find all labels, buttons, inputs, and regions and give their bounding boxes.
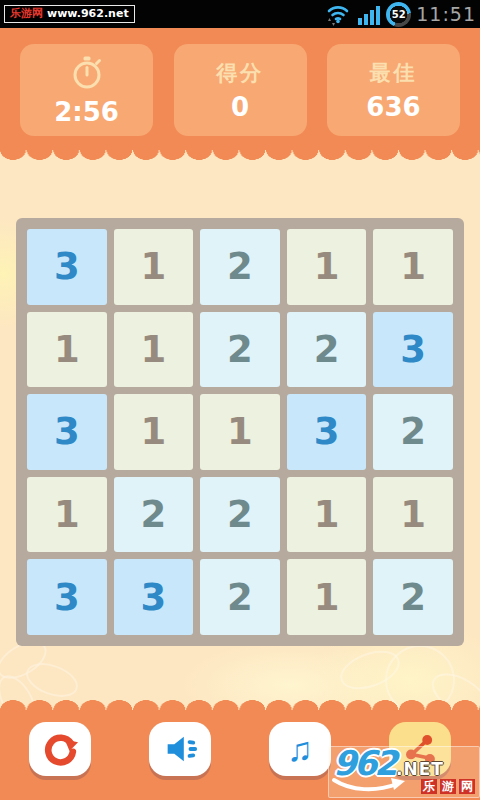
cell-r5c3[interactable]: 2 — [200, 559, 280, 635]
watermark-site-char: 网 — [459, 779, 475, 794]
best-panel: 最佳 636 — [327, 44, 460, 136]
cell-r5c2[interactable]: 3 — [114, 559, 194, 635]
best-value: 636 — [366, 92, 420, 122]
cell-r1c2[interactable]: 1 — [114, 229, 194, 305]
watermark-site-name: 乐游网 — [420, 779, 475, 794]
app-screen: 乐游网 www.962.net 52 11:51 — [0, 0, 480, 800]
cell-r5c1[interactable]: 3 — [27, 559, 107, 635]
cell-r1c5[interactable]: 1 — [373, 229, 453, 305]
cell-r2c3[interactable]: 2 — [200, 312, 280, 388]
wifi-icon — [324, 2, 352, 26]
battery-circle-icon: 52 — [386, 2, 411, 27]
cell-r2c1[interactable]: 1 — [27, 312, 107, 388]
cell-r3c1[interactable]: 3 — [27, 394, 107, 470]
score-panel: 得分 0 — [174, 44, 307, 136]
battery-percent: 52 — [392, 9, 406, 20]
speaker-icon — [161, 730, 199, 768]
watermark-suffix: .NET — [396, 759, 444, 779]
cell-r3c5[interactable]: 2 — [373, 394, 453, 470]
cell-r4c5[interactable]: 1 — [373, 477, 453, 553]
cell-r3c2[interactable]: 1 — [114, 394, 194, 470]
cell-r4c3[interactable]: 2 — [200, 477, 280, 553]
cell-r4c1[interactable]: 1 — [27, 477, 107, 553]
restart-icon — [41, 730, 79, 768]
cell-r5c5[interactable]: 2 — [373, 559, 453, 635]
watermark-site-char: 乐 — [421, 779, 437, 794]
clock-time: 11:51 — [416, 3, 476, 25]
watermark-site-char: 游 — [440, 779, 456, 794]
cell-r1c1[interactable]: 3 — [27, 229, 107, 305]
sound-button[interactable] — [149, 722, 211, 776]
site-badge-url: www.962.net — [47, 7, 129, 21]
music-note-icon: ♫ — [287, 732, 313, 766]
cell-r2c2[interactable]: 1 — [114, 312, 194, 388]
cell-r2c4[interactable]: 2 — [287, 312, 367, 388]
best-label: 最佳 — [370, 59, 418, 87]
watermark-swoosh-arrow — [331, 777, 409, 793]
timer-panel: 2:56 — [20, 44, 153, 136]
site-badge-name: 乐游网 — [10, 7, 43, 21]
stopwatch-icon — [68, 54, 106, 92]
signal-strength-icon — [357, 2, 381, 26]
cell-r1c4[interactable]: 1 — [287, 229, 367, 305]
site-watermark-badge: 乐游网 www.962.net — [4, 5, 135, 23]
music-button[interactable]: ♫ — [269, 722, 331, 776]
cell-r3c3[interactable]: 1 — [200, 394, 280, 470]
score-value: 0 — [231, 92, 249, 122]
cell-r3c4[interactable]: 3 — [287, 394, 367, 470]
status-bar: 乐游网 www.962.net 52 11:51 — [0, 0, 480, 28]
cell-r4c4[interactable]: 1 — [287, 477, 367, 553]
timer-value: 2:56 — [54, 97, 119, 127]
site-watermark-logo: 962 .NET 乐游网 — [328, 746, 480, 798]
board-grid: 3121111223311321221133212 — [16, 218, 464, 646]
cell-r2c5[interactable]: 3 — [373, 312, 453, 388]
restart-button[interactable] — [29, 722, 91, 776]
score-label: 得分 — [216, 59, 264, 87]
game-header: 2:56 得分 0 最佳 636 — [0, 28, 480, 150]
cell-r5c4[interactable]: 1 — [287, 559, 367, 635]
cell-r1c3[interactable]: 2 — [200, 229, 280, 305]
cell-r4c2[interactable]: 2 — [114, 477, 194, 553]
